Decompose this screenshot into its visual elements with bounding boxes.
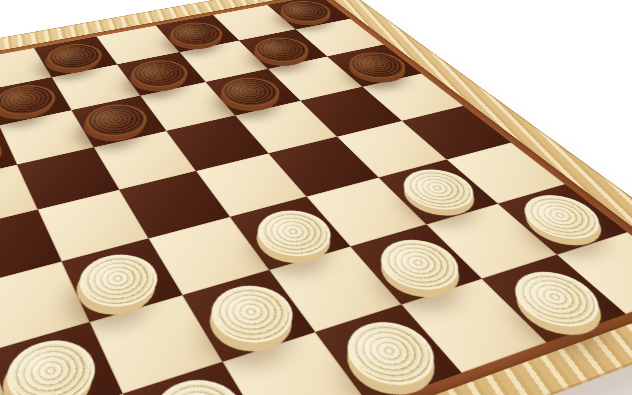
board-grid	[0, 0, 632, 395]
product-photo-scene	[0, 0, 632, 395]
board-3d-wrapper	[0, 0, 632, 395]
